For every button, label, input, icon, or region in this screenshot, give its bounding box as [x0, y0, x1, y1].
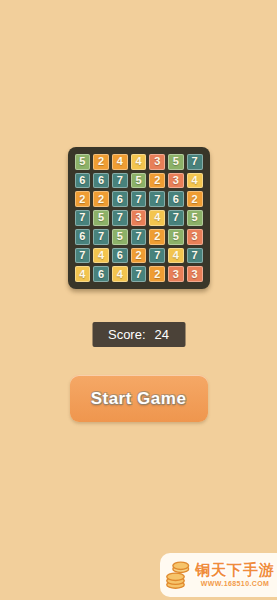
- number-tile[interactable]: 2: [75, 191, 91, 207]
- number-tile[interactable]: 7: [93, 229, 109, 245]
- number-tile[interactable]: 7: [112, 173, 128, 189]
- number-tile[interactable]: 5: [131, 173, 147, 189]
- number-tile[interactable]: 7: [112, 210, 128, 226]
- number-tile[interactable]: 2: [149, 266, 165, 282]
- number-tile[interactable]: 3: [131, 210, 147, 226]
- number-tile[interactable]: 4: [112, 154, 128, 170]
- number-tile[interactable]: 7: [75, 210, 91, 226]
- number-tile[interactable]: 6: [75, 229, 91, 245]
- number-tile[interactable]: 4: [112, 266, 128, 282]
- start-game-button[interactable]: Start Game: [70, 375, 208, 422]
- number-tile[interactable]: 5: [112, 229, 128, 245]
- number-tile[interactable]: 2: [149, 229, 165, 245]
- watermark-title: 铜天下手游: [195, 562, 275, 579]
- watermark-text: 铜天下手游 WWW.168510.COM: [195, 562, 275, 588]
- number-tile[interactable]: 6: [112, 248, 128, 264]
- number-tile[interactable]: 5: [168, 154, 184, 170]
- watermark: 铜天下手游 WWW.168510.COM: [160, 553, 277, 597]
- watermark-url: WWW.168510.COM: [201, 580, 270, 588]
- number-tile[interactable]: 5: [168, 229, 184, 245]
- number-tile[interactable]: 2: [93, 154, 109, 170]
- number-tile[interactable]: 6: [93, 266, 109, 282]
- number-tile[interactable]: 7: [75, 248, 91, 264]
- number-tile[interactable]: 2: [149, 173, 165, 189]
- score-display: Score: 24: [92, 322, 185, 347]
- number-tile[interactable]: 7: [131, 266, 147, 282]
- number-tile[interactable]: 4: [149, 210, 165, 226]
- number-tile[interactable]: 3: [168, 173, 184, 189]
- number-tile[interactable]: 7: [149, 191, 165, 207]
- number-tile[interactable]: 7: [168, 210, 184, 226]
- number-tile[interactable]: 4: [75, 266, 91, 282]
- number-tile[interactable]: 5: [93, 210, 109, 226]
- number-tile[interactable]: 6: [168, 191, 184, 207]
- number-tile[interactable]: 4: [93, 248, 109, 264]
- number-tile[interactable]: 4: [187, 173, 203, 189]
- number-tile[interactable]: 3: [187, 266, 203, 282]
- game-board: 5244357667523422677627573475675725374627…: [68, 147, 210, 289]
- number-tile[interactable]: 4: [131, 154, 147, 170]
- number-tile[interactable]: 3: [149, 154, 165, 170]
- number-tile[interactable]: 6: [93, 173, 109, 189]
- coin-stack-icon: [165, 560, 193, 590]
- number-tile[interactable]: 7: [131, 229, 147, 245]
- score-label: Score:: [108, 327, 146, 342]
- number-tile[interactable]: 5: [187, 210, 203, 226]
- number-tile[interactable]: 7: [131, 191, 147, 207]
- number-tile[interactable]: 7: [187, 248, 203, 264]
- number-tile[interactable]: 2: [187, 191, 203, 207]
- number-tile[interactable]: 2: [93, 191, 109, 207]
- number-tile[interactable]: 6: [75, 173, 91, 189]
- number-tile[interactable]: 7: [149, 248, 165, 264]
- number-tile[interactable]: 5: [75, 154, 91, 170]
- number-tile[interactable]: 3: [168, 266, 184, 282]
- score-value: 24: [155, 327, 169, 342]
- number-tile[interactable]: 2: [131, 248, 147, 264]
- number-tile[interactable]: 3: [187, 229, 203, 245]
- number-tile[interactable]: 7: [187, 154, 203, 170]
- number-tile[interactable]: 6: [112, 191, 128, 207]
- number-tile[interactable]: 4: [168, 248, 184, 264]
